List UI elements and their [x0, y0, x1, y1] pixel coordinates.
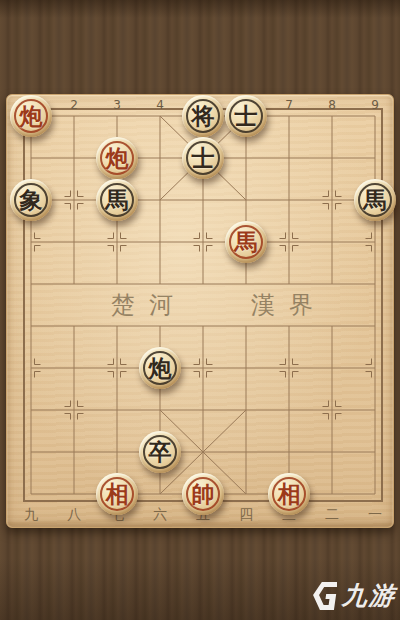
piece-character: 士 — [192, 147, 215, 170]
piece-red-cannon[interactable]: 炮 — [10, 95, 52, 137]
xiangqi-board[interactable]: 楚河 漢界 123456789 九八七六五四三二一 炮将士炮士象馬馬馬炮卒相帥相 — [6, 94, 394, 528]
piece-character: 相 — [106, 483, 129, 506]
piece-character: 炮 — [20, 105, 43, 128]
piece-character: 帥 — [192, 483, 215, 506]
piece-character: 将 — [192, 105, 215, 128]
piece-character: 馬 — [364, 189, 387, 212]
piece-black-general[interactable]: 将 — [182, 95, 224, 137]
piece-black-horse[interactable]: 馬 — [96, 179, 138, 221]
piece-character: 馬 — [106, 189, 129, 212]
piece-red-elephant[interactable]: 相 — [96, 473, 138, 515]
piece-red-general[interactable]: 帥 — [182, 473, 224, 515]
piece-black-cannon[interactable]: 炮 — [139, 347, 181, 389]
piece-black-horse[interactable]: 馬 — [354, 179, 396, 221]
piece-character: 馬 — [235, 231, 258, 254]
river-label-chu: 楚河 — [77, 284, 207, 326]
piece-character: 炮 — [106, 147, 129, 170]
piece-black-advisor[interactable]: 士 — [225, 95, 267, 137]
piece-black-soldier[interactable]: 卒 — [139, 431, 181, 473]
piece-character: 相 — [278, 483, 301, 506]
piece-black-advisor[interactable]: 士 — [182, 137, 224, 179]
piece-red-cannon[interactable]: 炮 — [96, 137, 138, 179]
watermark: 九游 — [311, 579, 396, 612]
watermark-text: 九游 — [341, 579, 397, 612]
piece-red-horse[interactable]: 馬 — [225, 221, 267, 263]
ninegame-logo-icon — [311, 581, 337, 611]
piece-character: 士 — [235, 105, 258, 128]
piece-character: 卒 — [149, 441, 172, 464]
app-background: 楚河 漢界 123456789 九八七六五四三二一 炮将士炮士象馬馬馬炮卒相帥相… — [0, 0, 400, 620]
piece-red-elephant[interactable]: 相 — [268, 473, 310, 515]
river-label-han: 漢界 — [217, 284, 347, 326]
piece-black-elephant[interactable]: 象 — [10, 179, 52, 221]
piece-character: 象 — [20, 189, 43, 212]
piece-character: 炮 — [149, 357, 172, 380]
